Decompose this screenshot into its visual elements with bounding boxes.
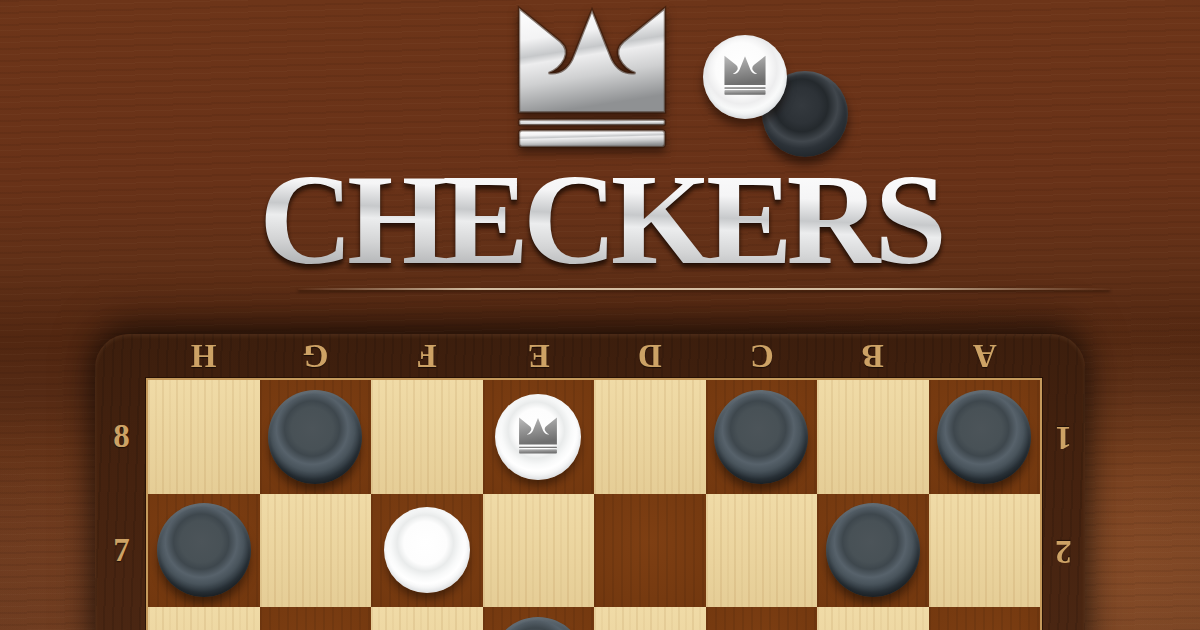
square-D6[interactable]	[594, 607, 706, 630]
black-piece[interactable]	[268, 390, 362, 484]
file-label-D: D	[594, 334, 706, 378]
file-label-E: E	[483, 334, 595, 378]
file-labels: HGFEDCBA	[148, 334, 1040, 378]
square-G6[interactable]	[260, 607, 372, 630]
square-F6[interactable]	[371, 607, 483, 630]
square-G8[interactable]	[260, 380, 372, 494]
file-label-A: A	[929, 334, 1041, 378]
square-G7[interactable]	[260, 494, 372, 608]
title-divider	[298, 288, 1110, 290]
file-label-C: C	[706, 334, 818, 378]
square-B8[interactable]	[817, 380, 929, 494]
file-label-G: G	[260, 334, 372, 378]
square-C6[interactable]	[706, 607, 818, 630]
square-E8[interactable]	[483, 380, 595, 494]
game-title: CHECKERS	[0, 154, 1200, 284]
file-label-F: F	[371, 334, 483, 378]
black-piece[interactable]	[714, 390, 808, 484]
checkers-board	[146, 378, 1042, 630]
file-label-H: H	[148, 334, 260, 378]
rank-label-left-7: 7	[95, 494, 148, 608]
square-H7[interactable]	[148, 494, 260, 608]
crown-logo-icon	[501, 2, 683, 150]
crown-icon	[515, 416, 561, 458]
logo-white-king-piece	[703, 35, 787, 119]
rank-labels-right: 12	[1042, 380, 1085, 607]
square-C7[interactable]	[706, 494, 818, 608]
black-piece[interactable]	[826, 503, 920, 597]
black-piece[interactable]	[491, 617, 585, 630]
white-king-piece[interactable]	[495, 394, 581, 480]
square-C8[interactable]	[706, 380, 818, 494]
crown-icon	[720, 54, 770, 100]
square-B6[interactable]	[817, 607, 929, 630]
rank-labels-left: 87	[95, 380, 148, 607]
square-F7[interactable]	[371, 494, 483, 608]
square-D7[interactable]	[594, 494, 706, 608]
square-A8[interactable]	[929, 380, 1041, 494]
square-A6[interactable]	[929, 607, 1041, 630]
file-label-B: B	[817, 334, 929, 378]
rank-label-right-1: 1	[1042, 380, 1085, 494]
square-E7[interactable]	[483, 494, 595, 608]
rank-label-right-2: 2	[1042, 494, 1085, 608]
square-H8[interactable]	[148, 380, 260, 494]
square-H6[interactable]	[148, 607, 260, 630]
square-F8[interactable]	[371, 380, 483, 494]
black-piece[interactable]	[157, 503, 251, 597]
rank-label-left-8: 8	[95, 380, 148, 494]
square-B7[interactable]	[817, 494, 929, 608]
black-piece[interactable]	[937, 390, 1031, 484]
square-A7[interactable]	[929, 494, 1041, 608]
square-D8[interactable]	[594, 380, 706, 494]
checkers-app: CHECKERS HGFEDCBA 87 12	[0, 0, 1200, 630]
square-E6[interactable]	[483, 607, 595, 630]
white-piece[interactable]	[384, 507, 470, 593]
